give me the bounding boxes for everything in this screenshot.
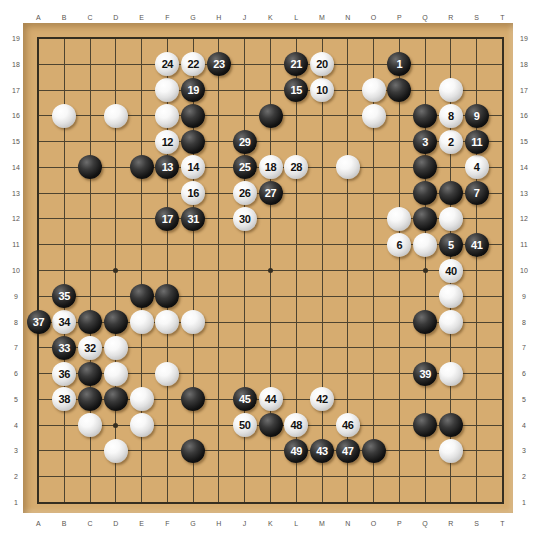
move-number: 42 (316, 393, 327, 405)
column-label-top: F (158, 12, 176, 23)
row-label-left: 19 (7, 33, 25, 44)
move-number: 27 (265, 187, 276, 199)
row-label-left: 11 (7, 239, 25, 250)
stone-white-S14[interactable]: 4 (465, 155, 489, 179)
move-number: 34 (59, 316, 70, 328)
move-number: 31 (187, 213, 198, 225)
stone-black-G3[interactable] (181, 439, 205, 463)
stone-black-Q16[interactable] (413, 104, 437, 128)
row-label-right: 2 (515, 471, 533, 482)
stone-white-O17[interactable] (362, 78, 386, 102)
move-number: 36 (59, 368, 70, 380)
stone-white-R10[interactable]: 40 (439, 259, 463, 283)
row-label-left: 18 (7, 59, 25, 70)
stone-white-R17[interactable] (439, 78, 463, 102)
stone-black-E9[interactable] (130, 284, 154, 308)
stone-white-R3[interactable] (439, 439, 463, 463)
stone-black-R11[interactable]: 5 (439, 233, 463, 257)
move-number: 1 (397, 58, 403, 70)
move-number: 41 (471, 239, 482, 251)
go-diagram: 1234567891011121314151617181920212223242… (0, 0, 540, 540)
column-label-bottom: D (107, 518, 125, 529)
stone-white-E5[interactable] (130, 387, 154, 411)
stone-black-A8[interactable]: 37 (27, 310, 51, 334)
move-number: 49 (291, 445, 302, 457)
stone-white-E8[interactable] (130, 310, 154, 334)
row-label-left: 10 (7, 265, 25, 276)
stone-white-B16[interactable] (52, 104, 76, 128)
move-number: 4 (474, 161, 480, 173)
row-label-right: 3 (515, 445, 533, 456)
stone-white-J4[interactable]: 50 (233, 413, 257, 437)
move-number: 20 (316, 58, 327, 70)
move-number: 30 (239, 213, 250, 225)
column-label-bottom: P (390, 518, 408, 529)
stone-black-J15[interactable]: 29 (233, 130, 257, 154)
column-label-top: L (287, 12, 305, 23)
move-number: 23 (213, 58, 224, 70)
row-label-right: 1 (515, 497, 533, 508)
column-label-top: Q (416, 12, 434, 23)
stone-black-J5[interactable]: 45 (233, 387, 257, 411)
column-label-bottom: T (494, 518, 512, 529)
row-label-left: 14 (7, 162, 25, 173)
stone-white-R6[interactable] (439, 362, 463, 386)
column-label-bottom: K (262, 518, 280, 529)
stone-black-J14[interactable]: 25 (233, 155, 257, 179)
row-label-left: 2 (7, 471, 25, 482)
move-number: 44 (265, 393, 276, 405)
row-label-left: 4 (7, 420, 25, 431)
stone-white-F6[interactable] (155, 362, 179, 386)
star-point (423, 268, 428, 273)
move-number: 8 (448, 110, 454, 122)
row-label-left: 13 (7, 188, 25, 199)
move-number: 3 (422, 136, 428, 148)
stone-white-E4[interactable] (130, 413, 154, 437)
row-label-left: 17 (7, 85, 25, 96)
stone-black-R13[interactable] (439, 181, 463, 205)
column-label-bottom: S (468, 518, 486, 529)
stone-black-S16[interactable]: 9 (465, 104, 489, 128)
stone-white-J12[interactable]: 30 (233, 207, 257, 231)
row-label-right: 12 (515, 213, 533, 224)
move-number: 22 (187, 58, 198, 70)
stone-black-G12[interactable]: 31 (181, 207, 205, 231)
column-label-top: O (365, 12, 383, 23)
move-number: 11 (471, 136, 482, 148)
stone-black-Q15[interactable]: 3 (413, 130, 437, 154)
move-number: 48 (291, 419, 302, 431)
stone-white-D16[interactable] (104, 104, 128, 128)
column-label-top: G (184, 12, 202, 23)
column-label-top: M (313, 12, 331, 23)
row-label-right: 7 (515, 342, 533, 353)
column-label-bottom: O (365, 518, 383, 529)
move-number: 10 (316, 84, 327, 96)
column-label-top: R (442, 12, 460, 23)
stone-white-D6[interactable] (104, 362, 128, 386)
row-label-left: 3 (7, 445, 25, 456)
row-label-left: 6 (7, 368, 25, 379)
move-number: 37 (33, 316, 44, 328)
stone-white-C7[interactable]: 32 (78, 336, 102, 360)
column-label-top: P (390, 12, 408, 23)
row-label-left: 15 (7, 136, 25, 147)
column-label-top: N (339, 12, 357, 23)
stone-black-R4[interactable] (439, 413, 463, 437)
column-label-top: J (236, 12, 254, 23)
stone-black-D8[interactable] (104, 310, 128, 334)
row-label-left: 5 (7, 394, 25, 405)
row-label-right: 16 (515, 110, 533, 121)
stone-white-F15[interactable]: 12 (155, 130, 179, 154)
column-label-bottom: B (55, 518, 73, 529)
stone-black-B7[interactable]: 33 (52, 336, 76, 360)
column-label-bottom: N (339, 518, 357, 529)
stone-black-K16[interactable] (259, 104, 283, 128)
stone-black-G15[interactable] (181, 130, 205, 154)
stone-white-D3[interactable] (104, 439, 128, 463)
row-label-right: 17 (515, 85, 533, 96)
stone-white-K5[interactable]: 44 (259, 387, 283, 411)
column-label-top: D (107, 12, 125, 23)
stone-white-J13[interactable]: 26 (233, 181, 257, 205)
row-label-right: 13 (515, 188, 533, 199)
column-label-top: H (210, 12, 228, 23)
stone-white-M17[interactable]: 10 (310, 78, 334, 102)
column-label-bottom: E (133, 518, 151, 529)
column-label-top: B (55, 12, 73, 23)
row-label-right: 18 (515, 59, 533, 70)
move-number: 12 (162, 136, 173, 148)
column-label-top: C (81, 12, 99, 23)
move-number: 43 (316, 445, 327, 457)
move-number: 47 (342, 445, 353, 457)
column-label-top: E (133, 12, 151, 23)
column-label-bottom: L (287, 518, 305, 529)
stone-white-B6[interactable]: 36 (52, 362, 76, 386)
stone-white-R16[interactable]: 8 (439, 104, 463, 128)
move-number: 28 (291, 161, 302, 173)
column-label-top: S (468, 12, 486, 23)
move-number: 9 (474, 110, 480, 122)
stone-black-Q6[interactable]: 39 (413, 362, 437, 386)
move-number: 32 (84, 342, 95, 354)
row-label-left: 16 (7, 110, 25, 121)
move-number: 50 (239, 419, 250, 431)
stone-black-K4[interactable] (259, 413, 283, 437)
row-label-left: 7 (7, 342, 25, 353)
stone-white-D7[interactable] (104, 336, 128, 360)
stone-black-C8[interactable] (78, 310, 102, 334)
stone-black-S11[interactable]: 41 (465, 233, 489, 257)
move-number: 13 (162, 161, 173, 173)
stone-white-N4[interactable]: 46 (336, 413, 360, 437)
move-number: 6 (397, 239, 403, 251)
move-number: 19 (187, 84, 198, 96)
row-label-right: 9 (515, 291, 533, 302)
move-number: 39 (419, 368, 430, 380)
move-number: 33 (59, 342, 70, 354)
stone-white-P11[interactable]: 6 (387, 233, 411, 257)
move-number: 29 (239, 136, 250, 148)
stone-white-O16[interactable] (362, 104, 386, 128)
stone-black-S15[interactable]: 11 (465, 130, 489, 154)
move-number: 40 (445, 265, 456, 277)
move-number: 24 (162, 58, 173, 70)
stone-black-Q12[interactable] (413, 207, 437, 231)
move-number: 45 (239, 393, 250, 405)
star-point (268, 268, 273, 273)
stone-black-N3[interactable]: 47 (336, 439, 360, 463)
row-label-right: 10 (515, 265, 533, 276)
move-number: 17 (162, 213, 173, 225)
stone-white-K14[interactable]: 18 (259, 155, 283, 179)
column-label-bottom: J (236, 518, 254, 529)
column-label-bottom: G (184, 518, 202, 529)
move-number: 21 (291, 58, 302, 70)
stone-black-C6[interactable] (78, 362, 102, 386)
stone-black-E14[interactable] (130, 155, 154, 179)
row-label-right: 19 (515, 33, 533, 44)
move-number: 25 (239, 161, 250, 173)
stone-black-G16[interactable] (181, 104, 205, 128)
stone-white-Q11[interactable] (413, 233, 437, 257)
column-label-top: K (262, 12, 280, 23)
stone-white-R15[interactable]: 2 (439, 130, 463, 154)
row-label-right: 4 (515, 420, 533, 431)
stone-black-K13[interactable]: 27 (259, 181, 283, 205)
column-label-bottom: A (30, 518, 48, 529)
row-label-right: 8 (515, 317, 533, 328)
move-number: 26 (239, 187, 250, 199)
move-number: 38 (59, 393, 70, 405)
column-label-bottom: Q (416, 518, 434, 529)
row-label-right: 14 (515, 162, 533, 173)
stone-white-R8[interactable] (439, 310, 463, 334)
column-label-bottom: H (210, 518, 228, 529)
column-label-bottom: R (442, 518, 460, 529)
column-label-bottom: C (81, 518, 99, 529)
stone-white-R12[interactable] (439, 207, 463, 231)
stone-black-O3[interactable] (362, 439, 386, 463)
row-label-right: 5 (515, 394, 533, 405)
row-label-right: 11 (515, 239, 533, 250)
column-label-bottom: F (158, 518, 176, 529)
row-label-right: 15 (515, 136, 533, 147)
move-number: 35 (59, 290, 70, 302)
column-label-bottom: M (313, 518, 331, 529)
move-number: 16 (187, 187, 198, 199)
move-number: 14 (187, 161, 198, 173)
row-label-left: 8 (7, 317, 25, 328)
go-board[interactable]: 1234567891011121314151617181920212223242… (23, 23, 513, 513)
move-number: 2 (448, 136, 454, 148)
stone-black-S13[interactable]: 7 (465, 181, 489, 205)
row-label-right: 6 (515, 368, 533, 379)
stone-black-M3[interactable]: 43 (310, 439, 334, 463)
move-number: 5 (448, 239, 454, 251)
move-number: 7 (474, 187, 480, 199)
column-label-top: T (494, 12, 512, 23)
row-label-left: 12 (7, 213, 25, 224)
column-label-top: A (30, 12, 48, 23)
move-number: 18 (265, 161, 276, 173)
row-label-left: 1 (7, 497, 25, 508)
row-label-left: 9 (7, 291, 25, 302)
move-number: 15 (291, 84, 302, 96)
move-number: 46 (342, 419, 353, 431)
